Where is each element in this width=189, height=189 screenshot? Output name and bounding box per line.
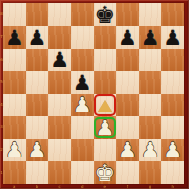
square-f6[interactable] (116, 49, 139, 72)
square-f7[interactable]: ♟ (116, 26, 139, 49)
file-label: a (3, 184, 26, 189)
piece-white-pawn[interactable]: ♟ (28, 140, 47, 161)
square-a7[interactable]: ♟ (3, 26, 26, 49)
square-c3[interactable] (48, 116, 71, 139)
square-h5[interactable] (161, 71, 184, 94)
piece-black-pawn[interactable]: ♟ (28, 27, 47, 48)
square-f5[interactable] (116, 71, 139, 94)
square-b7[interactable]: ♟ (26, 26, 49, 49)
square-a3[interactable] (3, 116, 26, 139)
square-g6[interactable] (139, 49, 162, 72)
square-e5[interactable] (94, 71, 117, 94)
piece-black-pawn[interactable]: ♟ (5, 27, 24, 48)
square-e8[interactable]: ♚ (94, 3, 117, 26)
square-f8[interactable] (116, 3, 139, 26)
square-b8[interactable] (26, 3, 49, 26)
file-label: h (161, 184, 184, 189)
chess-board-frame: ♚♟♟♟♟♟♟♟♟♟♟♟♟♟♟♚ 87654321abcdefgh (0, 0, 189, 189)
target-square-highlight (94, 94, 116, 116)
piece-black-pawn[interactable]: ♟ (141, 27, 160, 48)
file-label: c (48, 184, 71, 189)
square-f4[interactable] (116, 94, 139, 117)
square-h6[interactable] (161, 49, 184, 72)
square-a6[interactable] (3, 49, 26, 72)
square-a1[interactable] (3, 161, 26, 184)
square-d6[interactable] (71, 49, 94, 72)
file-label: f (116, 184, 139, 189)
piece-white-pawn[interactable]: ♟ (5, 140, 24, 161)
square-f2[interactable]: ♟ (116, 139, 139, 162)
square-b2[interactable]: ♟ (26, 139, 49, 162)
square-f3[interactable] (116, 116, 139, 139)
square-b5[interactable] (26, 71, 49, 94)
square-a4[interactable] (3, 94, 26, 117)
square-b3[interactable] (26, 116, 49, 139)
piece-white-king[interactable]: ♚ (95, 162, 116, 185)
piece-white-pawn[interactable]: ♟ (163, 140, 182, 161)
square-a5[interactable] (3, 71, 26, 94)
square-h7[interactable]: ♟ (161, 26, 184, 49)
piece-white-pawn[interactable]: ♟ (118, 140, 137, 161)
square-g1[interactable] (139, 161, 162, 184)
piece-white-pawn[interactable]: ♟ (141, 140, 160, 161)
piece-black-pawn[interactable]: ♟ (163, 27, 182, 48)
square-e6[interactable] (94, 49, 117, 72)
square-h8[interactable] (161, 3, 184, 26)
piece-black-king[interactable]: ♚ (95, 4, 116, 27)
square-d7[interactable] (71, 26, 94, 49)
square-h1[interactable] (161, 161, 184, 184)
piece-black-pawn[interactable]: ♟ (50, 50, 69, 71)
piece-black-pawn[interactable]: ♟ (73, 72, 92, 93)
chess-board: ♚♟♟♟♟♟♟♟♟♟♟♟♟♟♟♚ (3, 3, 184, 184)
move-arrow-icon (98, 100, 112, 112)
square-h3[interactable] (161, 116, 184, 139)
file-label: b (26, 184, 49, 189)
square-e1[interactable]: ♚ (94, 161, 117, 184)
square-g3[interactable] (139, 116, 162, 139)
square-a8[interactable] (3, 3, 26, 26)
square-d2[interactable] (71, 139, 94, 162)
file-label: g (139, 184, 162, 189)
square-c6[interactable]: ♟ (48, 49, 71, 72)
square-c7[interactable] (48, 26, 71, 49)
square-c8[interactable] (48, 3, 71, 26)
square-f1[interactable] (116, 161, 139, 184)
square-b1[interactable] (26, 161, 49, 184)
square-b4[interactable] (26, 94, 49, 117)
piece-black-pawn[interactable]: ♟ (118, 27, 137, 48)
square-b6[interactable] (26, 49, 49, 72)
square-h4[interactable] (161, 94, 184, 117)
square-e2[interactable] (94, 139, 117, 162)
square-e7[interactable] (94, 26, 117, 49)
square-g7[interactable]: ♟ (139, 26, 162, 49)
square-d3[interactable] (71, 116, 94, 139)
piece-white-pawn[interactable]: ♟ (73, 95, 92, 116)
square-g2[interactable]: ♟ (139, 139, 162, 162)
square-c1[interactable] (48, 161, 71, 184)
piece-white-pawn[interactable]: ♟ (95, 117, 114, 138)
square-c5[interactable] (48, 71, 71, 94)
square-e4[interactable] (94, 94, 117, 117)
square-d8[interactable] (71, 3, 94, 26)
square-a2[interactable]: ♟ (3, 139, 26, 162)
square-h2[interactable]: ♟ (161, 139, 184, 162)
square-c4[interactable] (48, 94, 71, 117)
square-d1[interactable] (71, 161, 94, 184)
square-d4[interactable]: ♟ (71, 94, 94, 117)
square-e3[interactable]: ♟ (94, 116, 117, 139)
square-g4[interactable] (139, 94, 162, 117)
square-c2[interactable] (48, 139, 71, 162)
square-g8[interactable] (139, 3, 162, 26)
file-label: d (71, 184, 94, 189)
square-g5[interactable] (139, 71, 162, 94)
square-d5[interactable]: ♟ (71, 71, 94, 94)
